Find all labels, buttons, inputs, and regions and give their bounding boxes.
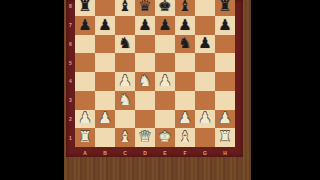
square-b6[interactable] [95,35,115,54]
square-c7[interactable] [115,16,135,35]
square-e4[interactable]: ♟ [155,72,175,91]
square-d7[interactable]: ♟ [135,16,155,35]
rank-label-5: 5 [66,53,75,72]
square-f8[interactable]: ♝ [175,0,195,16]
rank-label-4: 4 [66,72,75,91]
square-a8[interactable]: ♜ [75,0,95,16]
file-label-a: A [75,148,95,157]
file-label-c: C [115,148,135,157]
black-pawn-h7[interactable]: ♟ [218,17,231,32]
square-b2[interactable]: ♟ [95,110,115,129]
rank-label-8: 8 [66,0,75,16]
square-e6[interactable] [155,35,175,54]
white-king-e1[interactable]: ♚ [158,130,171,145]
square-f1[interactable]: ♝ [175,128,195,147]
square-f6[interactable]: ♞ [175,35,195,54]
square-e7[interactable]: ♟ [155,16,175,35]
white-pawn-b2[interactable]: ♟ [98,111,111,126]
white-bishop-c1[interactable]: ♝ [118,130,131,145]
square-f3[interactable] [175,91,195,110]
app-screen: 87654321 ♜♝♛♚♝♜♟♟♟♟♟♟♞♞♟♟♞♟♞♟♟♟♟♟♜♝♛♚♝♜ … [0,0,320,180]
square-f2[interactable]: ♟ [175,110,195,129]
white-pawn-f2[interactable]: ♟ [178,111,191,126]
square-c5[interactable] [115,53,135,72]
chess-board: ♜♝♛♚♝♜♟♟♟♟♟♟♞♞♟♟♞♟♞♟♟♟♟♟♜♝♛♚♝♜ [75,0,235,147]
square-e5[interactable] [155,53,175,72]
file-label-f: F [175,148,195,157]
white-pawn-c4[interactable]: ♟ [118,73,131,88]
square-e2[interactable] [155,110,175,129]
black-pawn-a7[interactable]: ♟ [78,17,91,32]
square-b8[interactable] [95,0,115,16]
square-g7[interactable] [195,16,215,35]
square-c1[interactable]: ♝ [115,128,135,147]
square-g8[interactable] [195,0,215,16]
square-a7[interactable]: ♟ [75,16,95,35]
black-rook-a8[interactable]: ♜ [78,0,91,13]
square-c6[interactable]: ♞ [115,35,135,54]
file-label-g: G [195,148,215,157]
square-h4[interactable] [215,72,235,91]
black-knight-c6[interactable]: ♞ [118,36,131,51]
white-rook-a1[interactable]: ♜ [78,130,91,145]
square-h5[interactable] [215,53,235,72]
square-b4[interactable] [95,72,115,91]
black-pawn-e7[interactable]: ♟ [158,17,171,32]
square-a1[interactable]: ♜ [75,128,95,147]
square-h8[interactable]: ♜ [215,0,235,16]
square-a4[interactable] [75,72,95,91]
square-g3[interactable] [195,91,215,110]
square-e1[interactable]: ♚ [155,128,175,147]
rank-label-7: 7 [66,16,75,35]
square-d1[interactable]: ♛ [135,128,155,147]
square-b7[interactable]: ♟ [95,16,115,35]
black-pawn-g6[interactable]: ♟ [198,36,211,51]
square-a5[interactable] [75,53,95,72]
black-pawn-b7[interactable]: ♟ [98,17,111,32]
square-h3[interactable] [215,91,235,110]
white-pawn-g2[interactable]: ♟ [198,111,211,126]
square-f4[interactable] [175,72,195,91]
file-labels: ABCDEFGH [75,148,235,157]
square-c3[interactable]: ♞ [115,91,135,110]
square-d8[interactable]: ♛ [135,0,155,16]
rank-label-1: 1 [66,128,75,147]
black-knight-f6[interactable]: ♞ [178,36,191,51]
square-e3[interactable] [155,91,175,110]
square-b1[interactable] [95,128,115,147]
file-label-e: E [155,148,175,157]
rank-label-2: 2 [66,110,75,129]
white-pawn-e4[interactable]: ♟ [158,73,171,88]
black-queen-d8[interactable]: ♛ [138,0,151,13]
square-d3[interactable] [135,91,155,110]
white-rook-h1[interactable]: ♜ [218,130,231,145]
square-e8[interactable]: ♚ [155,0,175,16]
square-f7[interactable]: ♟ [175,16,195,35]
white-knight-c3[interactable]: ♞ [118,92,131,107]
square-c8[interactable]: ♝ [115,0,135,16]
black-rook-h8[interactable]: ♜ [218,0,231,13]
square-d5[interactable] [135,53,155,72]
square-g5[interactable] [195,53,215,72]
square-b3[interactable] [95,91,115,110]
black-bishop-c8[interactable]: ♝ [118,0,131,13]
white-queen-d1[interactable]: ♛ [138,130,151,145]
square-h7[interactable]: ♟ [215,16,235,35]
square-a2[interactable]: ♟ [75,110,95,129]
file-label-h: H [215,148,235,157]
square-a3[interactable] [75,91,95,110]
rank-label-3: 3 [66,91,75,110]
black-pawn-d7[interactable]: ♟ [138,17,151,32]
square-g1[interactable] [195,128,215,147]
file-label-b: B [95,148,115,157]
square-g2[interactable]: ♟ [195,110,215,129]
file-label-d: D [135,148,155,157]
square-f5[interactable] [175,53,195,72]
square-d6[interactable] [135,35,155,54]
square-d4[interactable]: ♞ [135,72,155,91]
white-knight-d4[interactable]: ♞ [138,73,151,88]
square-c2[interactable] [115,110,135,129]
black-pawn-f7[interactable]: ♟ [178,17,191,32]
square-c4[interactable]: ♟ [115,72,135,91]
rank-label-6: 6 [66,35,75,54]
white-pawn-h2[interactable]: ♟ [218,111,231,126]
square-a6[interactable] [75,35,95,54]
square-b5[interactable] [95,53,115,72]
square-g6[interactable]: ♟ [195,35,215,54]
square-h6[interactable] [215,35,235,54]
square-h1[interactable]: ♜ [215,128,235,147]
white-pawn-a2[interactable]: ♟ [78,111,91,126]
black-bishop-f8[interactable]: ♝ [178,0,191,13]
square-g4[interactable] [195,72,215,91]
black-king-e8[interactable]: ♚ [158,0,171,13]
square-h2[interactable]: ♟ [215,110,235,129]
square-d2[interactable] [135,110,155,129]
white-bishop-f1[interactable]: ♝ [178,130,191,145]
rank-labels: 87654321 [66,0,75,147]
